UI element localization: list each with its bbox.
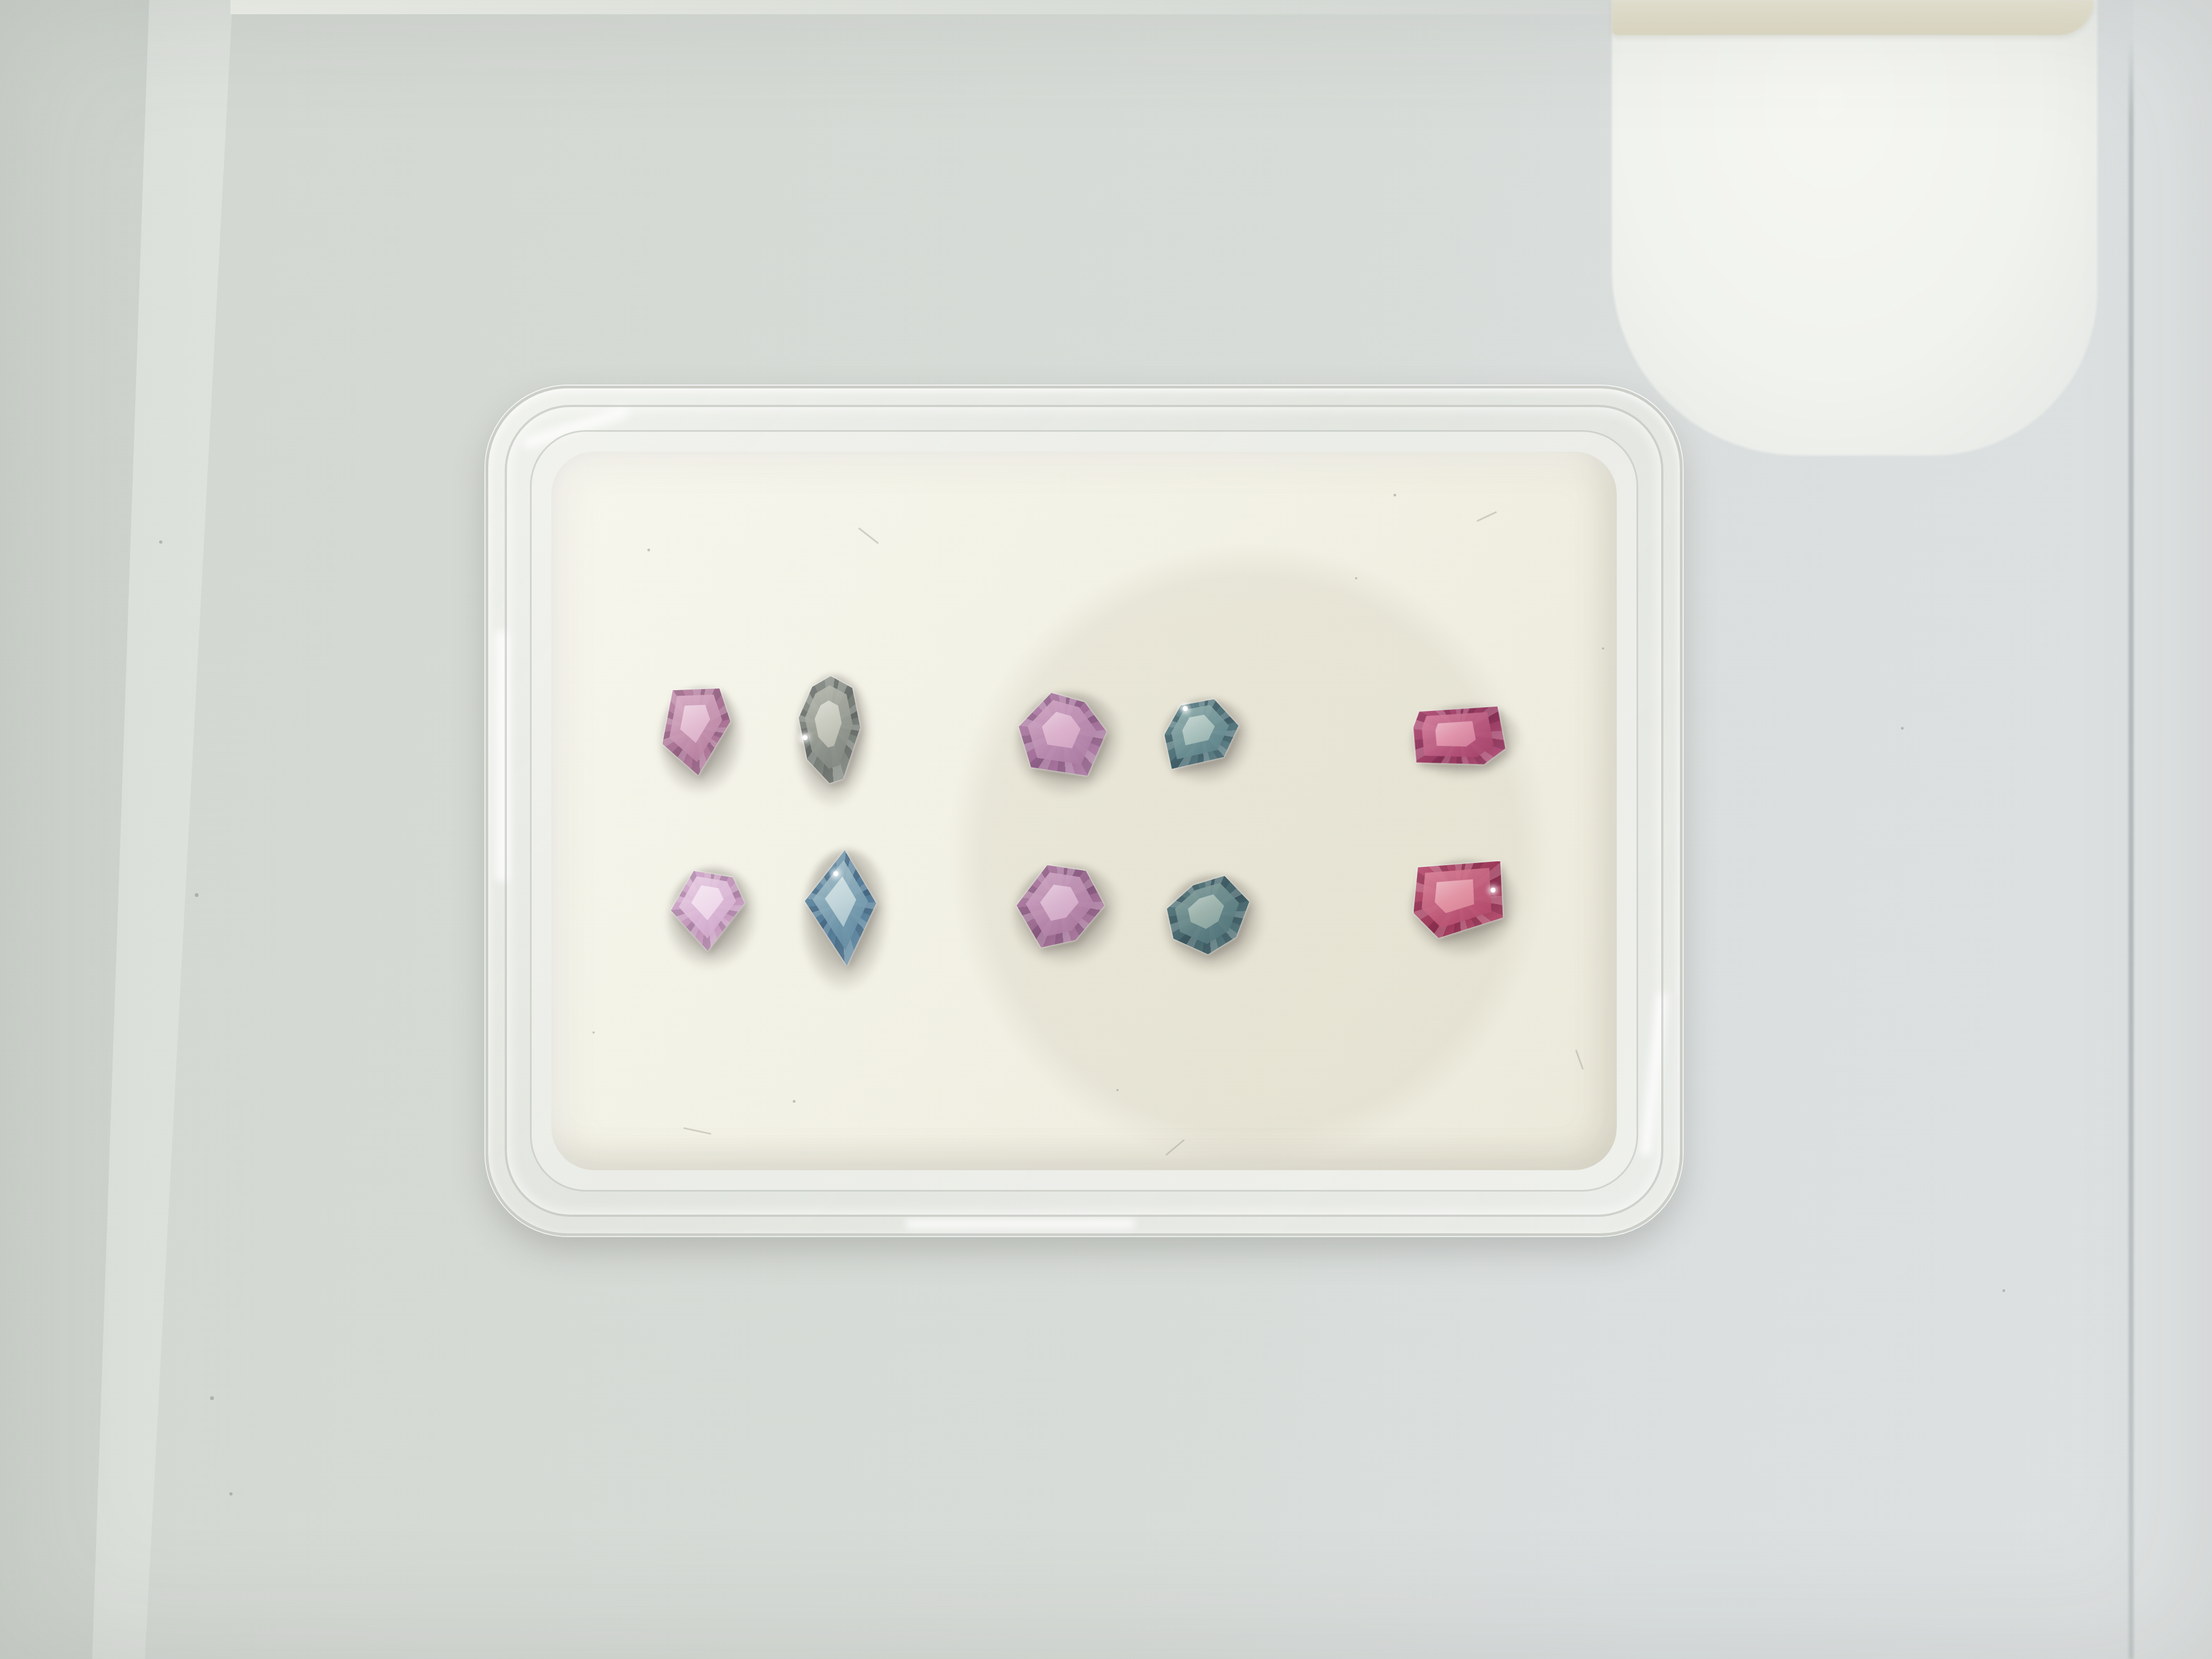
gem-body <box>1167 876 1249 955</box>
plastic-glint <box>905 1219 1136 1229</box>
gem-body <box>1414 861 1503 940</box>
dust-speck <box>195 893 199 897</box>
background-white-object <box>1612 0 2097 455</box>
dust-speck <box>1393 494 1396 496</box>
gem-body <box>1019 693 1107 777</box>
gem-body <box>805 850 876 966</box>
dust-speck <box>229 1492 233 1496</box>
gem-sparkle-highlight <box>803 735 808 740</box>
gem-row1-pos4-freeform-pentagon <box>1165 699 1239 769</box>
gem-row2-pos2-kite <box>805 850 876 966</box>
foam-insert <box>551 452 1617 1170</box>
dust-speck <box>1116 1089 1119 1091</box>
right-wall-seam <box>2129 38 2134 1659</box>
gem-body <box>663 689 731 775</box>
dust-speck <box>210 1396 214 1400</box>
gem-row2-pos4-cut-corner-trapezoid <box>1167 876 1249 955</box>
gem-row1-pos3-shield <box>1019 693 1107 777</box>
right-wall-column <box>2134 0 2212 1659</box>
gem-body <box>1413 704 1506 768</box>
dust-speck <box>592 1031 595 1034</box>
gem-body <box>1165 699 1239 769</box>
gem-row2-pos3-hexagon <box>1017 865 1104 947</box>
gem-sparkle-highlight <box>833 871 838 876</box>
gem-sparkle-highlight <box>1183 706 1188 711</box>
gem-row1-pos2-freeform-kite <box>799 676 860 783</box>
background-white-object-brim <box>1612 0 2093 35</box>
dust-speck <box>1355 577 1357 579</box>
gem-row2-pos1-freeform-pentagon <box>671 868 744 951</box>
gem-sparkle-highlight <box>1491 888 1496 893</box>
gem-body <box>799 676 860 783</box>
dust-speck <box>793 1100 795 1103</box>
gemstone-photo <box>0 0 2212 1659</box>
gem-row2-pos5-cut-corner-baguette <box>1414 861 1503 940</box>
gem-body <box>1017 865 1104 947</box>
dust-speck <box>159 540 162 544</box>
gem-body <box>671 868 744 951</box>
dust-speck <box>1901 727 1904 730</box>
dust-speck <box>1602 647 1604 650</box>
acrylic-gem-case <box>486 386 1683 1236</box>
gem-row1-pos5-tapered-baguette <box>1413 704 1506 768</box>
dust-speck <box>2002 1289 2005 1292</box>
gem-row1-pos1-freeform-pentagon <box>663 689 731 775</box>
top-ledge-highlight <box>230 0 1613 14</box>
dust-speck <box>647 549 650 551</box>
